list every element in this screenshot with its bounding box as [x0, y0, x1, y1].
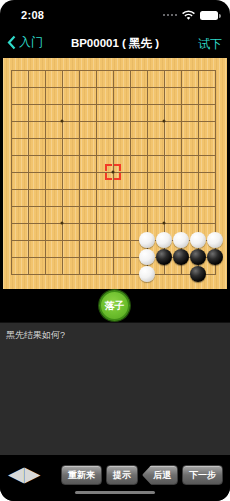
- navigation-bar: 入门 BP00001 ( 黑先 ) 试下: [0, 30, 230, 58]
- restart-button[interactable]: 重新来: [61, 465, 102, 485]
- star-point: [163, 120, 166, 123]
- stone-white: [139, 249, 155, 265]
- star-point: [61, 222, 64, 225]
- bottom-toolbar: ◀ ▶ 重新来 提示 后退 下一步: [0, 455, 230, 501]
- question-panel: 黑先结果如何?: [0, 322, 230, 455]
- stone-white: [207, 232, 223, 248]
- clock: 2:08: [21, 9, 44, 21]
- board-area: [0, 58, 230, 289]
- stone-black: [156, 249, 172, 265]
- stone-white: [139, 232, 155, 248]
- stone-black: [190, 249, 206, 265]
- star-point: [163, 222, 166, 225]
- stone-white: [173, 232, 189, 248]
- stone-white: [139, 266, 155, 282]
- undo-button[interactable]: 后退: [142, 465, 178, 485]
- page-title: BP00001 ( 黑先 ): [0, 36, 230, 51]
- battery-icon: [200, 11, 218, 20]
- next-step-button[interactable]: 下一步: [182, 465, 223, 485]
- hint-button[interactable]: 提示: [106, 465, 138, 485]
- place-stone-button[interactable]: 落子: [99, 290, 130, 321]
- prev-move-icon[interactable]: ◀: [8, 461, 24, 487]
- wifi-icon: [181, 10, 196, 21]
- next-move-icon[interactable]: ▶: [24, 461, 40, 487]
- move-navigation: ◀ ▶: [8, 461, 40, 487]
- target-marker: [105, 164, 121, 180]
- status-icons: [163, 10, 218, 21]
- cellular-signal-icon: [163, 14, 177, 17]
- phone-screen: 2:08 入门 BP00001 ( 黑先 ) 试下 落子: [0, 0, 230, 501]
- stone-black: [173, 249, 189, 265]
- stone-black: [207, 249, 223, 265]
- go-board[interactable]: [3, 58, 227, 289]
- home-indicator[interactable]: [75, 491, 155, 494]
- star-point: [61, 120, 64, 123]
- question-text: 黑先结果如何?: [6, 329, 65, 342]
- toolbar-buttons: 重新来 提示 后退 下一步: [61, 465, 223, 485]
- stone-white: [190, 232, 206, 248]
- try-move-button[interactable]: 试下: [198, 36, 222, 53]
- stone-black: [190, 266, 206, 282]
- status-bar: 2:08: [0, 0, 230, 30]
- action-strip: 落子: [0, 289, 230, 322]
- stone-white: [156, 232, 172, 248]
